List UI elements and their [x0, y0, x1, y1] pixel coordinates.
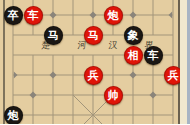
piece-red-cannon-f4[interactable]: 炮 [104, 6, 123, 25]
point-marker-g4 [130, 12, 137, 19]
point-marker-c4 [50, 12, 57, 19]
piece-black-elephant-g5[interactable]: 象 [124, 26, 143, 45]
piece-red-soldier-e7[interactable]: 兵 [84, 66, 103, 85]
point-marker-b8 [30, 92, 37, 99]
piece-black-horse-c5[interactable]: 马 [44, 26, 63, 45]
piece-red-elephant-g6[interactable]: 相 [124, 46, 143, 65]
board-right-margin [180, 0, 187, 124]
right-edge-strip [187, 0, 190, 124]
piece-black-soldier-a4[interactable]: 卒 [4, 6, 23, 25]
piece-black-cannon-a9[interactable]: 炮 [4, 106, 23, 125]
point-marker-g7 [130, 72, 137, 79]
point-marker-h8 [150, 92, 157, 99]
piece-black-chariot-h6[interactable]: 车 [144, 46, 163, 65]
piece-red-horse-e5[interactable]: 马 [84, 26, 103, 45]
xiangqi-board: 楚河汉界 卒车炮马马象相车兵兵帅炮 [0, 0, 190, 124]
point-marker-c7 [50, 72, 57, 79]
point-marker-a7 [14, 72, 18, 79]
point-marker-i4 [169, 12, 173, 19]
river-text-char-2: 汉 [106, 40, 119, 50]
point-marker-e4 [90, 12, 97, 19]
piece-red-chariot-b4[interactable]: 车 [24, 6, 43, 25]
piece-red-general-f8[interactable]: 帅 [104, 86, 123, 105]
